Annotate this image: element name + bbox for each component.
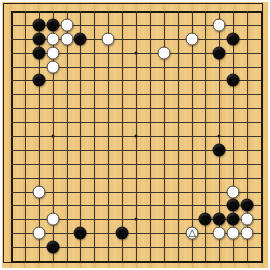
white-stone: ○ bbox=[102, 33, 115, 46]
black-stone: ● bbox=[213, 144, 226, 157]
black-stone: ● bbox=[227, 74, 240, 87]
black-stone: ● bbox=[74, 33, 87, 46]
grid-line-vertical bbox=[94, 11, 95, 263]
grid-line-horizontal bbox=[11, 205, 263, 206]
white-stone: ○ bbox=[213, 19, 226, 32]
star-point bbox=[52, 135, 55, 138]
white-stone: ○ bbox=[186, 33, 199, 46]
grid-line-vertical bbox=[261, 11, 263, 263]
grid-line-vertical bbox=[67, 11, 68, 263]
star-point bbox=[218, 135, 221, 138]
black-stone: ● bbox=[47, 241, 60, 254]
white-stone: ○ bbox=[61, 33, 74, 46]
white-stone: ○ bbox=[47, 33, 60, 46]
grid-line-vertical bbox=[80, 11, 81, 263]
black-stone: ● bbox=[33, 33, 46, 46]
black-stone: ● bbox=[227, 199, 240, 212]
black-stone: ● bbox=[33, 74, 46, 87]
star-point bbox=[135, 218, 138, 221]
black-stone: ● bbox=[241, 199, 254, 212]
white-stone: ○ bbox=[61, 19, 74, 32]
grid-line-vertical bbox=[108, 11, 109, 263]
white-stone: ○ bbox=[241, 213, 254, 226]
triangle-marker-icon: △ bbox=[188, 228, 196, 238]
white-stone: ○ bbox=[47, 213, 60, 226]
black-stone: ● bbox=[213, 213, 226, 226]
white-stone: ○△ bbox=[186, 227, 199, 240]
white-stone: ○ bbox=[33, 186, 46, 199]
white-stone: ○ bbox=[47, 47, 60, 60]
grid-line-horizontal bbox=[11, 11, 263, 13]
black-stone: ● bbox=[47, 19, 60, 32]
grid-line-horizontal bbox=[11, 192, 263, 193]
grid-line-horizontal bbox=[11, 122, 263, 123]
black-stone: ● bbox=[227, 33, 240, 46]
grid-line-vertical bbox=[150, 11, 151, 263]
white-stone: ○ bbox=[227, 186, 240, 199]
grid-line-horizontal bbox=[11, 80, 263, 81]
go-board-screenshot: ●●○○●○○●○○●●○○●○●●●○○●●○●●●○○●●○△○○○● bbox=[0, 0, 270, 270]
black-stone: ● bbox=[74, 227, 87, 240]
grid-line-vertical bbox=[122, 11, 123, 263]
star-point bbox=[135, 135, 138, 138]
grid-line-vertical bbox=[25, 11, 26, 263]
white-stone: ○ bbox=[241, 227, 254, 240]
black-stone: ● bbox=[227, 213, 240, 226]
white-stone: ○ bbox=[213, 227, 226, 240]
grid-line-vertical bbox=[178, 11, 179, 263]
grid-line-horizontal bbox=[11, 108, 263, 109]
grid-line-horizontal bbox=[11, 94, 263, 95]
black-stone: ● bbox=[199, 213, 212, 226]
grid-line-vertical bbox=[11, 11, 13, 263]
grid-line-horizontal bbox=[11, 164, 263, 165]
grid-line-horizontal bbox=[11, 178, 263, 179]
white-stone: ○ bbox=[47, 61, 60, 74]
white-stone: ○ bbox=[227, 227, 240, 240]
black-stone: ● bbox=[213, 47, 226, 60]
black-stone: ● bbox=[116, 227, 129, 240]
black-stone: ● bbox=[33, 47, 46, 60]
white-stone: ○ bbox=[33, 227, 46, 240]
go-board[interactable]: ●●○○●○○●○○●●○○●○●●●○○●●○●●●○○●●○△○○○● bbox=[0, 0, 270, 270]
grid-line-horizontal bbox=[11, 261, 263, 263]
white-stone: ○ bbox=[158, 47, 171, 60]
star-point bbox=[135, 52, 138, 55]
grid-line-vertical bbox=[192, 11, 193, 263]
black-stone: ● bbox=[33, 19, 46, 32]
